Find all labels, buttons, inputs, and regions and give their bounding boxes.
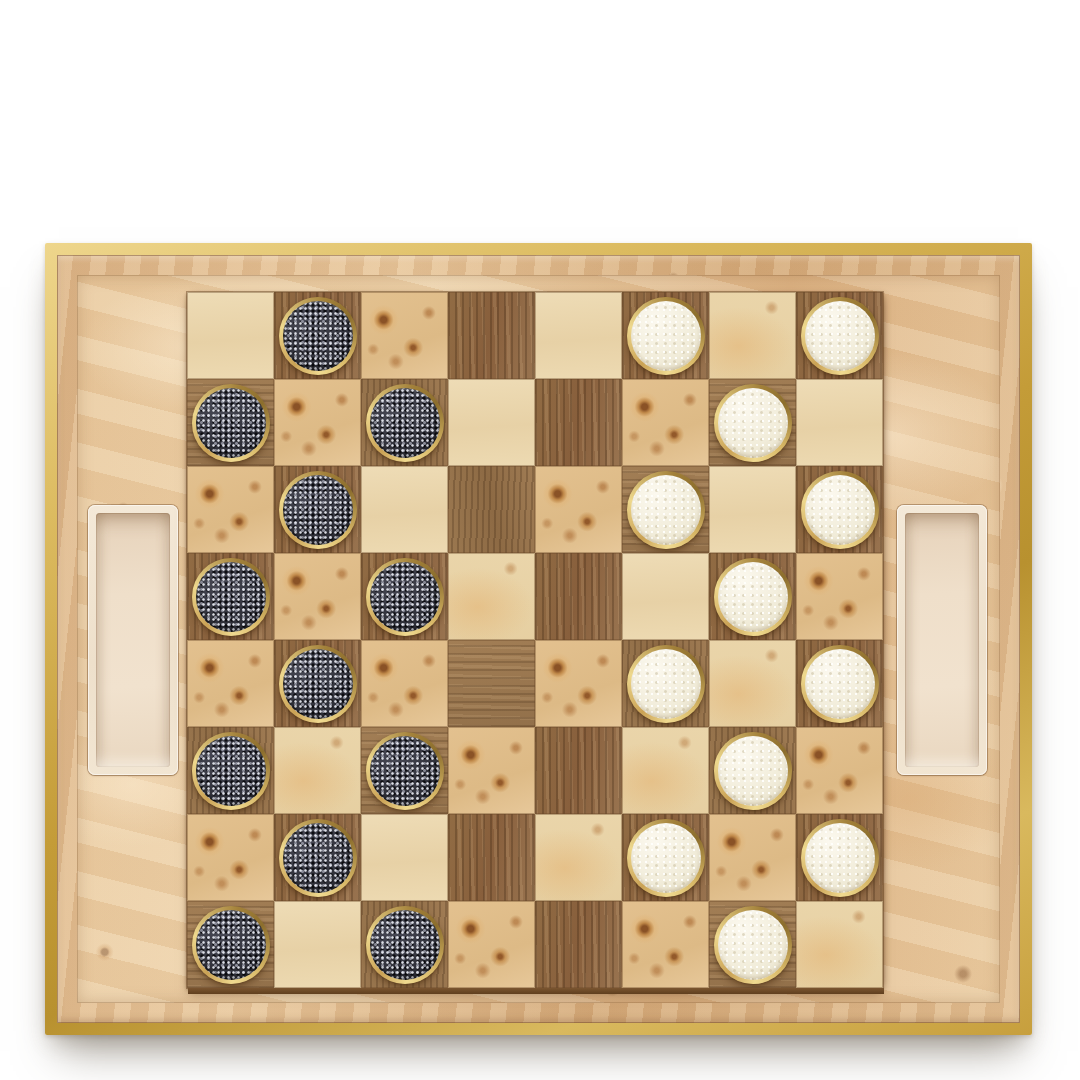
right-handle-suede-well <box>905 513 979 767</box>
dark-shagreen-face <box>196 388 266 458</box>
dark-shagreen-face <box>283 649 353 719</box>
square-r8c4-maple[interactable] <box>448 901 535 988</box>
checkers-board <box>187 292 883 988</box>
dark-shagreen-face <box>370 910 440 980</box>
white-checker-piece[interactable] <box>714 906 792 984</box>
square-r8c1-walnut[interactable] <box>187 901 274 988</box>
white-shagreen-face <box>718 910 788 980</box>
square-r2c3-walnut[interactable] <box>361 379 448 466</box>
square-r3c8-walnut[interactable] <box>796 466 883 553</box>
square-r4c1-walnut[interactable] <box>187 553 274 640</box>
dark-shagreen-face <box>196 736 266 806</box>
dark-checker-piece[interactable] <box>192 732 270 810</box>
square-r5c4-walnut[interactable] <box>448 640 535 727</box>
square-r6c3-walnut[interactable] <box>361 727 448 814</box>
square-r1c8-walnut[interactable] <box>796 292 883 379</box>
square-r6c6-maple[interactable] <box>622 727 709 814</box>
square-r8c2-maple[interactable] <box>274 901 361 988</box>
square-r7c7-maple[interactable] <box>709 814 796 901</box>
dark-checker-piece[interactable] <box>192 558 270 636</box>
white-shagreen-face <box>805 823 875 893</box>
square-r2c8-maple[interactable] <box>796 379 883 466</box>
square-r6c1-walnut[interactable] <box>187 727 274 814</box>
dark-checker-piece[interactable] <box>279 297 357 375</box>
dark-checker-piece[interactable] <box>279 819 357 897</box>
dark-checker-piece[interactable] <box>279 645 357 723</box>
white-shagreen-face <box>805 301 875 371</box>
square-r2c2-maple[interactable] <box>274 379 361 466</box>
square-r7c8-walnut[interactable] <box>796 814 883 901</box>
dark-checker-piece[interactable] <box>366 384 444 462</box>
square-r4c6-maple[interactable] <box>622 553 709 640</box>
square-r1c5-maple[interactable] <box>535 292 622 379</box>
dark-checker-piece[interactable] <box>279 471 357 549</box>
right-handle-cutout <box>897 505 987 775</box>
square-r6c7-walnut[interactable] <box>709 727 796 814</box>
square-r5c8-walnut[interactable] <box>796 640 883 727</box>
square-r1c4-walnut[interactable] <box>448 292 535 379</box>
square-r8c5-walnut[interactable] <box>535 901 622 988</box>
white-checker-piece[interactable] <box>627 297 705 375</box>
square-r3c1-maple[interactable] <box>187 466 274 553</box>
white-checker-piece[interactable] <box>627 645 705 723</box>
square-r1c2-walnut[interactable] <box>274 292 361 379</box>
dark-checker-piece[interactable] <box>192 384 270 462</box>
dark-shagreen-face <box>283 823 353 893</box>
square-r3c3-maple[interactable] <box>361 466 448 553</box>
white-checker-piece[interactable] <box>627 471 705 549</box>
white-checker-piece[interactable] <box>627 819 705 897</box>
square-r5c7-maple[interactable] <box>709 640 796 727</box>
square-r7c3-maple[interactable] <box>361 814 448 901</box>
square-r7c4-walnut[interactable] <box>448 814 535 901</box>
square-r3c5-maple[interactable] <box>535 466 622 553</box>
square-r8c7-walnut[interactable] <box>709 901 796 988</box>
product-photo-stage <box>0 0 1080 1080</box>
square-r6c4-maple[interactable] <box>448 727 535 814</box>
square-r1c1-maple[interactable] <box>187 292 274 379</box>
square-r3c6-walnut[interactable] <box>622 466 709 553</box>
square-r8c6-maple[interactable] <box>622 901 709 988</box>
square-r5c5-maple[interactable] <box>535 640 622 727</box>
white-shagreen-face <box>631 475 701 545</box>
tray-burl-rim <box>57 255 1020 1023</box>
square-r2c1-walnut[interactable] <box>187 379 274 466</box>
game-tray <box>45 243 1032 1035</box>
square-r3c7-maple[interactable] <box>709 466 796 553</box>
tray-floor <box>77 275 1000 1003</box>
square-r1c3-maple[interactable] <box>361 292 448 379</box>
square-r6c5-walnut[interactable] <box>535 727 622 814</box>
dark-checker-piece[interactable] <box>192 906 270 984</box>
dark-checker-piece[interactable] <box>366 732 444 810</box>
square-r1c6-walnut[interactable] <box>622 292 709 379</box>
white-shagreen-face <box>631 649 701 719</box>
square-r8c8-maple[interactable] <box>796 901 883 988</box>
white-shagreen-face <box>718 736 788 806</box>
square-r3c2-walnut[interactable] <box>274 466 361 553</box>
white-shagreen-face <box>805 649 875 719</box>
white-checker-piece[interactable] <box>714 384 792 462</box>
square-r7c2-walnut[interactable] <box>274 814 361 901</box>
dark-shagreen-face <box>196 910 266 980</box>
dark-shagreen-face <box>196 562 266 632</box>
dark-checker-piece[interactable] <box>366 906 444 984</box>
white-shagreen-face <box>718 388 788 458</box>
square-r6c8-maple[interactable] <box>796 727 883 814</box>
white-checker-piece[interactable] <box>801 297 879 375</box>
square-r4c4-maple[interactable] <box>448 553 535 640</box>
square-r1c7-maple[interactable] <box>709 292 796 379</box>
square-r8c3-walnut[interactable] <box>361 901 448 988</box>
square-r4c8-maple[interactable] <box>796 553 883 640</box>
square-r2c7-walnut[interactable] <box>709 379 796 466</box>
white-checker-piece[interactable] <box>801 819 879 897</box>
dark-shagreen-face <box>370 562 440 632</box>
left-handle-suede-well <box>96 513 170 767</box>
square-r2c6-maple[interactable] <box>622 379 709 466</box>
square-r7c6-walnut[interactable] <box>622 814 709 901</box>
square-r4c2-maple[interactable] <box>274 553 361 640</box>
dark-shagreen-face <box>283 301 353 371</box>
square-r2c4-maple[interactable] <box>448 379 535 466</box>
square-r4c3-walnut[interactable] <box>361 553 448 640</box>
white-shagreen-face <box>631 823 701 893</box>
square-r5c2-walnut[interactable] <box>274 640 361 727</box>
dark-shagreen-face <box>370 388 440 458</box>
square-r7c5-maple[interactable] <box>535 814 622 901</box>
square-r2c5-walnut[interactable] <box>535 379 622 466</box>
white-checker-piece[interactable] <box>714 732 792 810</box>
white-checker-piece[interactable] <box>801 471 879 549</box>
square-r5c1-maple[interactable] <box>187 640 274 727</box>
square-r6c2-maple[interactable] <box>274 727 361 814</box>
square-r5c6-walnut[interactable] <box>622 640 709 727</box>
white-checker-piece[interactable] <box>801 645 879 723</box>
white-shagreen-face <box>718 562 788 632</box>
square-r4c7-walnut[interactable] <box>709 553 796 640</box>
dark-shagreen-face <box>370 736 440 806</box>
square-r3c4-walnut[interactable] <box>448 466 535 553</box>
white-checker-piece[interactable] <box>714 558 792 636</box>
dark-shagreen-face <box>283 475 353 545</box>
square-r5c3-maple[interactable] <box>361 640 448 727</box>
white-shagreen-face <box>805 475 875 545</box>
dark-checker-piece[interactable] <box>366 558 444 636</box>
left-handle-cutout <box>88 505 178 775</box>
square-r4c5-walnut[interactable] <box>535 553 622 640</box>
white-shagreen-face <box>631 301 701 371</box>
square-r7c1-maple[interactable] <box>187 814 274 901</box>
